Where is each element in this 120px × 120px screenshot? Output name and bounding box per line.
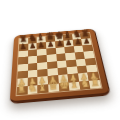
square-e8: ♚ bbox=[54, 35, 63, 42]
black-king: ♚ bbox=[54, 31, 64, 42]
square-d8: ♛ bbox=[46, 36, 55, 43]
square-d6 bbox=[46, 48, 56, 55]
black-pawn: ♟ bbox=[46, 40, 56, 48]
square-h5 bbox=[84, 51, 95, 58]
black-rook: ♜ bbox=[81, 29, 91, 39]
square-c5 bbox=[37, 55, 47, 63]
square-h4 bbox=[85, 58, 96, 66]
square-b5 bbox=[28, 56, 38, 64]
board-3d-tilt: ♜♞♝♛♚♝♞♜♟♟♟♟♟♟♟♟♟♟♟♟♟♟♟♟♜♞♝♛♚♝♞♜ bbox=[10, 29, 111, 104]
square-h7: ♟ bbox=[81, 39, 91, 46]
square-h1: ♜ bbox=[89, 80, 101, 89]
white-pawn: ♟ bbox=[68, 73, 79, 82]
square-g7: ♟ bbox=[73, 39, 83, 46]
square-g5 bbox=[74, 52, 85, 60]
square-a1: ♜ bbox=[17, 86, 28, 95]
chess-set-photo: ♜♞♝♛♚♝♞♜♟♟♟♟♟♟♟♟♟♟♟♟♟♟♟♟♜♞♝♛♚♝♞♜ bbox=[0, 0, 120, 120]
black-pawn: ♟ bbox=[36, 41, 46, 49]
board-frame: ♜♞♝♛♚♝♞♜♟♟♟♟♟♟♟♟♟♟♟♟♟♟♟♟♜♞♝♛♚♝♞♜ bbox=[10, 29, 111, 104]
board-rotation-wrapper: ♜♞♝♛♚♝♞♜♟♟♟♟♟♟♟♟♟♟♟♟♟♟♟♟♜♞♝♛♚♝♞♜ bbox=[8, 13, 106, 111]
square-d5 bbox=[47, 54, 57, 62]
square-c7: ♟ bbox=[37, 42, 46, 49]
square-a5 bbox=[18, 57, 28, 65]
square-d2: ♟ bbox=[48, 75, 59, 84]
chess-board: ♜♞♝♛♚♝♞♜♟♟♟♟♟♟♟♟♟♟♟♟♟♟♟♟♜♞♝♛♚♝♞♜ bbox=[17, 33, 102, 95]
white-pawn: ♟ bbox=[27, 76, 38, 85]
black-rook: ♜ bbox=[18, 35, 28, 45]
square-a7: ♟ bbox=[19, 44, 28, 51]
square-e7: ♟ bbox=[55, 41, 65, 48]
square-a6 bbox=[19, 50, 28, 57]
square-d7: ♟ bbox=[46, 42, 55, 49]
square-b8: ♞ bbox=[28, 37, 37, 44]
square-c6 bbox=[37, 49, 46, 56]
black-pawn: ♟ bbox=[64, 39, 74, 47]
square-b1: ♞ bbox=[27, 85, 38, 94]
black-bishop: ♝ bbox=[63, 31, 73, 41]
square-d1: ♛ bbox=[48, 83, 59, 92]
square-f8: ♝ bbox=[63, 34, 73, 41]
square-h2: ♟ bbox=[88, 72, 100, 81]
square-a8: ♜ bbox=[19, 38, 28, 45]
square-f7: ♟ bbox=[64, 40, 74, 47]
square-b6 bbox=[28, 49, 37, 56]
square-e5 bbox=[56, 53, 66, 61]
square-g6 bbox=[74, 45, 84, 52]
square-f6 bbox=[64, 46, 74, 53]
square-c1: ♝ bbox=[38, 84, 49, 93]
black-queen: ♛ bbox=[45, 31, 55, 42]
square-f5 bbox=[65, 53, 75, 61]
square-b7: ♟ bbox=[28, 43, 37, 50]
black-pawn: ♟ bbox=[73, 38, 83, 46]
square-h8: ♜ bbox=[80, 33, 90, 40]
black-pawn: ♟ bbox=[27, 42, 37, 50]
square-a4 bbox=[18, 63, 28, 71]
black-pawn: ♟ bbox=[18, 43, 28, 51]
black-pawn: ♟ bbox=[55, 39, 65, 47]
black-knight: ♞ bbox=[27, 34, 37, 44]
black-bishop: ♝ bbox=[36, 33, 46, 43]
black-knight: ♞ bbox=[72, 30, 82, 40]
square-b2: ♟ bbox=[27, 77, 37, 86]
square-e6 bbox=[55, 47, 65, 54]
square-g8: ♞ bbox=[72, 34, 82, 41]
square-c8: ♝ bbox=[37, 37, 46, 44]
square-h6 bbox=[83, 45, 94, 52]
black-pawn: ♟ bbox=[82, 37, 92, 45]
